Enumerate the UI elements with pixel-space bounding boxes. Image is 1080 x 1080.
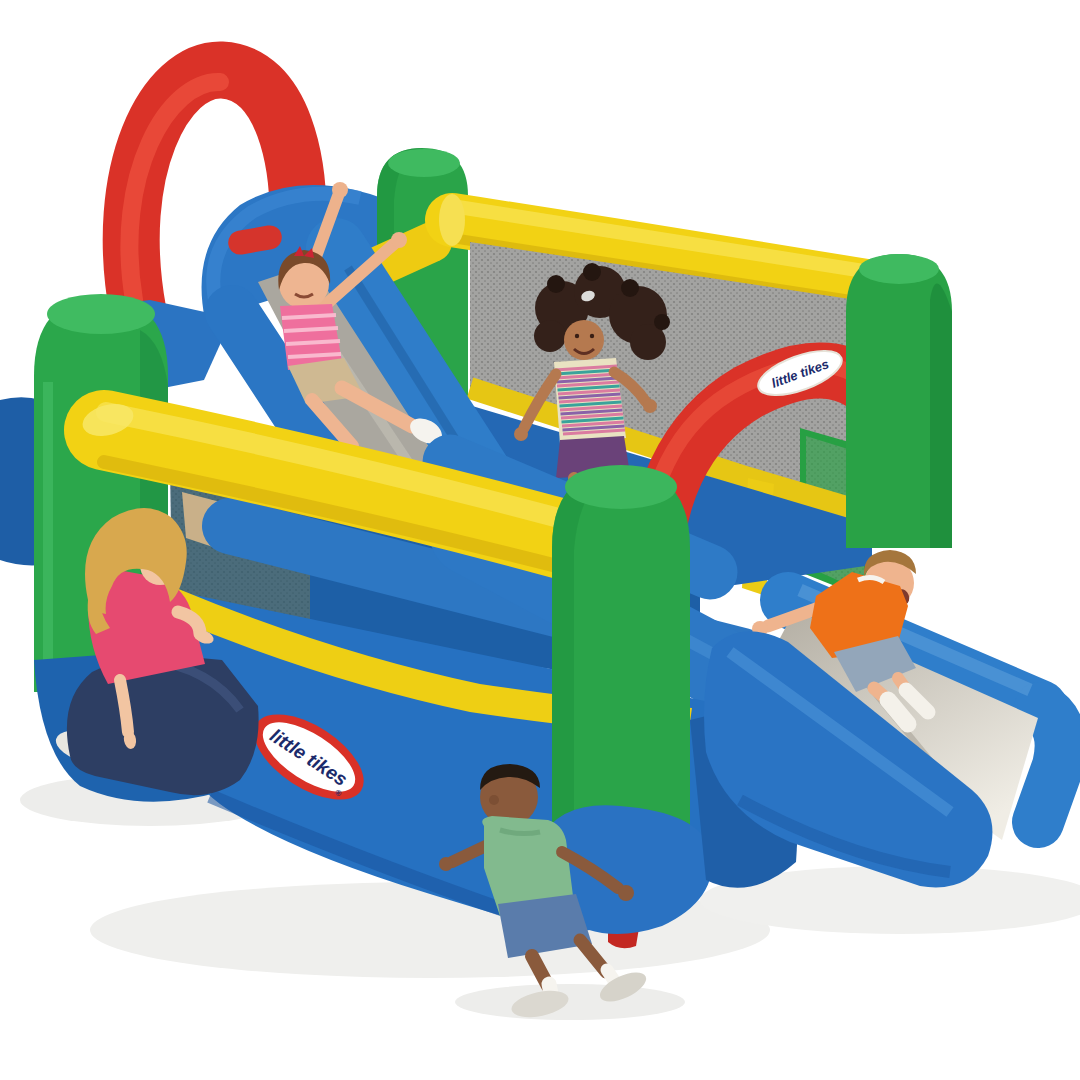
bounce-house-illustration: little tikes (0, 0, 1080, 1080)
back-right-pillar (846, 254, 952, 548)
product-photo: little tikes (0, 0, 1080, 1080)
